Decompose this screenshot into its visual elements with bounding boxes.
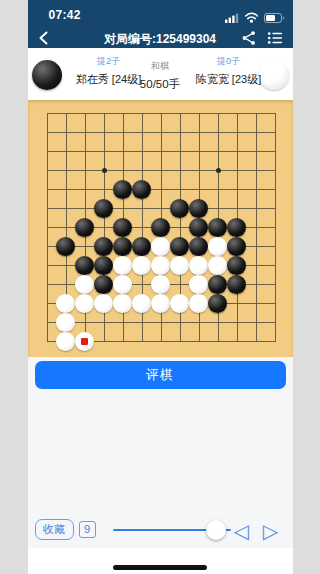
white-stone	[151, 275, 170, 294]
black-stone	[170, 237, 189, 256]
black-stone	[75, 218, 94, 237]
white-stone	[170, 256, 189, 275]
white-stone	[151, 256, 170, 275]
previous-move-button[interactable]: ◁	[230, 518, 254, 544]
black-stone	[94, 199, 113, 218]
white-stone	[56, 313, 75, 332]
black-stone	[132, 237, 151, 256]
black-stone	[113, 237, 132, 256]
favorite-button[interactable]: 收藏	[35, 519, 74, 540]
black-stone	[113, 180, 132, 199]
white-stone	[113, 294, 132, 313]
white-player-name: 陈宽宽 [23级]	[184, 72, 274, 87]
bottom-strip	[28, 548, 293, 574]
black-stone	[94, 237, 113, 256]
black-stone	[227, 237, 246, 256]
hoshi-point	[102, 168, 107, 173]
white-captures-label: 提0子	[184, 55, 274, 66]
wifi-icon	[244, 9, 259, 27]
white-stone	[151, 237, 170, 256]
white-stone	[113, 256, 132, 275]
playback-control-bar: 收藏 9 ◁ ▷	[28, 516, 293, 548]
black-stone	[75, 256, 94, 275]
status-bar: 07:42	[28, 0, 293, 28]
black-stone	[227, 218, 246, 237]
black-stone	[170, 199, 189, 218]
black-stone	[208, 275, 227, 294]
white-stone	[132, 256, 151, 275]
black-stone	[94, 256, 113, 275]
clock: 07:42	[49, 8, 81, 22]
hoshi-point	[216, 168, 221, 173]
black-stone	[113, 218, 132, 237]
black-stone	[208, 218, 227, 237]
next-move-button[interactable]: ▷	[259, 518, 283, 544]
white-stone	[189, 275, 208, 294]
white-stone	[56, 332, 75, 351]
white-stone	[75, 294, 94, 313]
white-stone	[208, 237, 227, 256]
status-icons	[225, 9, 285, 27]
white-stone	[113, 275, 132, 294]
last-move-marker	[81, 338, 88, 345]
share-icon[interactable]	[241, 30, 257, 46]
black-stone	[189, 218, 208, 237]
white-stone	[208, 256, 227, 275]
white-player-info: 提0子 陈宽宽 [23级]	[184, 48, 274, 87]
white-stone	[189, 256, 208, 275]
black-stone	[151, 218, 170, 237]
lower-panel: 收藏 9 ◁ ▷	[28, 389, 293, 574]
black-stone	[189, 199, 208, 218]
black-stone	[189, 237, 208, 256]
cellular-signal-icon	[225, 9, 239, 27]
move-list-icon[interactable]	[267, 30, 283, 46]
black-stone	[132, 180, 151, 199]
player-bar: 提2子 郑在秀 [24级] 和棋 50/50手 提0子 陈宽宽 [23级]	[28, 48, 293, 100]
move-slider[interactable]	[113, 516, 231, 548]
home-indicator	[113, 565, 207, 570]
white-stone	[132, 294, 151, 313]
move-number-box[interactable]: 9	[79, 521, 96, 538]
white-stone	[170, 294, 189, 313]
black-stone	[227, 256, 246, 275]
white-stone	[56, 294, 75, 313]
slider-thumb[interactable]	[206, 520, 226, 540]
white-stone	[94, 294, 113, 313]
black-stone	[94, 275, 113, 294]
nav-bar: 对局编号:125499304	[28, 28, 293, 48]
black-player-avatar	[32, 60, 62, 90]
black-stone	[208, 294, 227, 313]
white-stone	[75, 275, 94, 294]
app-screen: 07:42 对局编号:125499304 提2子	[28, 0, 293, 574]
battery-icon	[264, 9, 285, 27]
black-stone	[227, 275, 246, 294]
white-stone	[151, 294, 170, 313]
goban[interactable]	[28, 100, 293, 357]
black-stone	[56, 237, 75, 256]
evaluate-button[interactable]: 评棋	[35, 361, 286, 389]
white-stone	[189, 294, 208, 313]
